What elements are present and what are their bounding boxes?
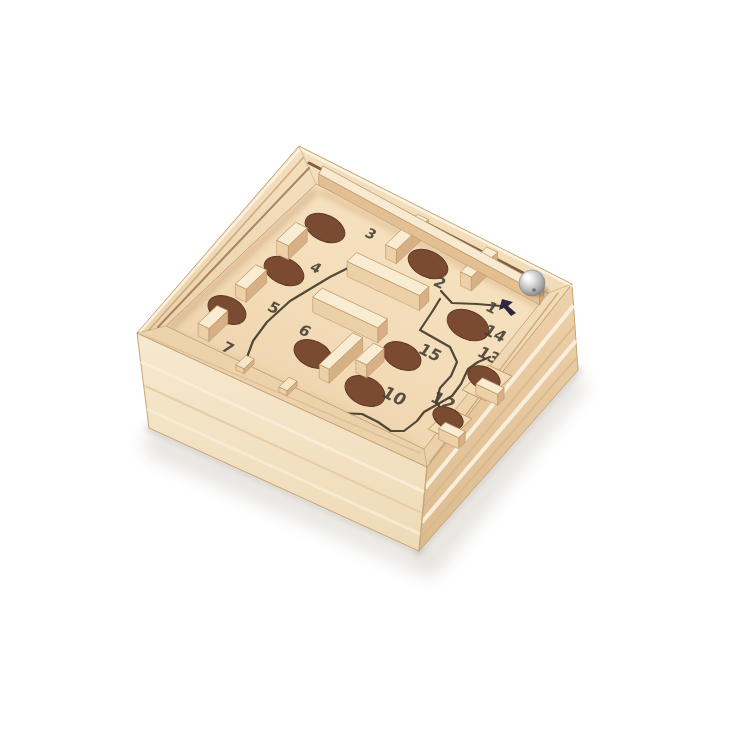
scene: 34567211413151012: [0, 0, 750, 750]
steel-ball[interactable]: [519, 270, 545, 296]
ball-highlight: [524, 274, 531, 281]
ball-reflection-dot: [532, 288, 536, 292]
labyrinth-box: 34567211413151012: [0, 0, 750, 750]
